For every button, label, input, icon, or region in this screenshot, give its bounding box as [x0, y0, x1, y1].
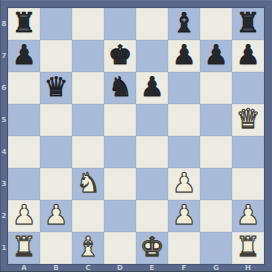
square-c2[interactable] [72, 200, 104, 232]
white-pawn[interactable]: ♟ [232, 199, 264, 231]
black-pawn[interactable]: ♟ [8, 39, 40, 71]
file-label-h: H [232, 264, 264, 272]
square-b6[interactable]: ♛ [40, 72, 72, 104]
square-h8[interactable]: ♜ [232, 8, 264, 40]
square-b2[interactable]: ♟ [40, 200, 72, 232]
white-rook[interactable]: ♜ [8, 231, 40, 263]
white-knight[interactable]: ♞ [72, 167, 104, 199]
black-pawn[interactable]: ♟ [168, 39, 200, 71]
square-h1[interactable]: ♜ [232, 232, 264, 264]
square-f8[interactable]: ♝ [168, 8, 200, 40]
rank-label-6: 6 [0, 72, 8, 104]
square-f6[interactable] [168, 72, 200, 104]
rank-label-4: 4 [0, 136, 8, 168]
black-pawn[interactable]: ♟ [200, 39, 232, 71]
chess-board: ♜♝♜♟♚♟♟♟♛♞♟♛♞♟♟♟♟♟♜♝♚♜ [8, 8, 264, 264]
square-g6[interactable] [200, 72, 232, 104]
square-c4[interactable] [72, 136, 104, 168]
white-bishop[interactable]: ♝ [72, 231, 104, 263]
square-e4[interactable] [136, 136, 168, 168]
black-bishop[interactable]: ♝ [168, 7, 200, 39]
square-c7[interactable] [72, 40, 104, 72]
rank-label-8: 8 [0, 8, 8, 40]
square-g2[interactable] [200, 200, 232, 232]
square-g1[interactable] [200, 232, 232, 264]
square-f2[interactable]: ♟ [168, 200, 200, 232]
rank-label-5: 5 [0, 104, 8, 136]
square-f3[interactable]: ♟ [168, 168, 200, 200]
black-pawn[interactable]: ♟ [136, 71, 168, 103]
square-b1[interactable] [40, 232, 72, 264]
black-king[interactable]: ♚ [104, 39, 136, 71]
file-label-a: A [8, 264, 40, 272]
square-d3[interactable] [104, 168, 136, 200]
square-g7[interactable]: ♟ [200, 40, 232, 72]
white-pawn[interactable]: ♟ [168, 167, 200, 199]
black-knight[interactable]: ♞ [104, 71, 136, 103]
square-e7[interactable] [136, 40, 168, 72]
square-h2[interactable]: ♟ [232, 200, 264, 232]
square-a2[interactable]: ♟ [8, 200, 40, 232]
square-e5[interactable] [136, 104, 168, 136]
square-a3[interactable] [8, 168, 40, 200]
file-label-g: G [200, 264, 232, 272]
square-c5[interactable] [72, 104, 104, 136]
file-label-d: D [104, 264, 136, 272]
chess-board-frame: ♜♝♜♟♚♟♟♟♛♞♟♛♞♟♟♟♟♟♜♝♚♜ 87654321 ABCDEFGH [0, 0, 272, 272]
square-f5[interactable] [168, 104, 200, 136]
square-b7[interactable] [40, 40, 72, 72]
square-g8[interactable] [200, 8, 232, 40]
square-b5[interactable] [40, 104, 72, 136]
square-e1[interactable]: ♚ [136, 232, 168, 264]
black-rook[interactable]: ♜ [232, 7, 264, 39]
square-g5[interactable] [200, 104, 232, 136]
black-queen[interactable]: ♛ [40, 71, 72, 103]
square-f4[interactable] [168, 136, 200, 168]
rank-label-2: 2 [0, 200, 8, 232]
square-h3[interactable] [232, 168, 264, 200]
file-label-f: F [168, 264, 200, 272]
square-a7[interactable]: ♟ [8, 40, 40, 72]
square-d4[interactable] [104, 136, 136, 168]
white-pawn[interactable]: ♟ [168, 199, 200, 231]
square-a6[interactable] [8, 72, 40, 104]
square-e8[interactable] [136, 8, 168, 40]
square-f1[interactable] [168, 232, 200, 264]
square-g4[interactable] [200, 136, 232, 168]
square-d7[interactable]: ♚ [104, 40, 136, 72]
square-h6[interactable] [232, 72, 264, 104]
square-d6[interactable]: ♞ [104, 72, 136, 104]
black-rook[interactable]: ♜ [8, 7, 40, 39]
file-label-c: C [72, 264, 104, 272]
white-pawn[interactable]: ♟ [40, 199, 72, 231]
white-pawn[interactable]: ♟ [8, 199, 40, 231]
square-a1[interactable]: ♜ [8, 232, 40, 264]
file-label-b: B [40, 264, 72, 272]
square-e2[interactable] [136, 200, 168, 232]
square-e6[interactable]: ♟ [136, 72, 168, 104]
square-c1[interactable]: ♝ [72, 232, 104, 264]
file-label-e: E [136, 264, 168, 272]
square-h7[interactable]: ♟ [232, 40, 264, 72]
square-h5[interactable]: ♛ [232, 104, 264, 136]
square-d5[interactable] [104, 104, 136, 136]
white-king[interactable]: ♚ [136, 231, 168, 263]
white-queen[interactable]: ♛ [232, 103, 264, 135]
square-a4[interactable] [8, 136, 40, 168]
square-f7[interactable]: ♟ [168, 40, 200, 72]
square-b3[interactable] [40, 168, 72, 200]
square-d8[interactable] [104, 8, 136, 40]
square-c6[interactable] [72, 72, 104, 104]
rank-label-3: 3 [0, 168, 8, 200]
rank-label-7: 7 [0, 40, 8, 72]
square-e3[interactable] [136, 168, 168, 200]
square-b8[interactable] [40, 8, 72, 40]
square-d1[interactable] [104, 232, 136, 264]
square-g3[interactable] [200, 168, 232, 200]
rank-label-1: 1 [0, 232, 8, 264]
white-rook[interactable]: ♜ [232, 231, 264, 263]
square-b4[interactable] [40, 136, 72, 168]
square-a8[interactable]: ♜ [8, 8, 40, 40]
square-c8[interactable] [72, 8, 104, 40]
square-a5[interactable] [8, 104, 40, 136]
square-h4[interactable] [232, 136, 264, 168]
square-d2[interactable] [104, 200, 136, 232]
square-c3[interactable]: ♞ [72, 168, 104, 200]
black-pawn[interactable]: ♟ [232, 39, 264, 71]
